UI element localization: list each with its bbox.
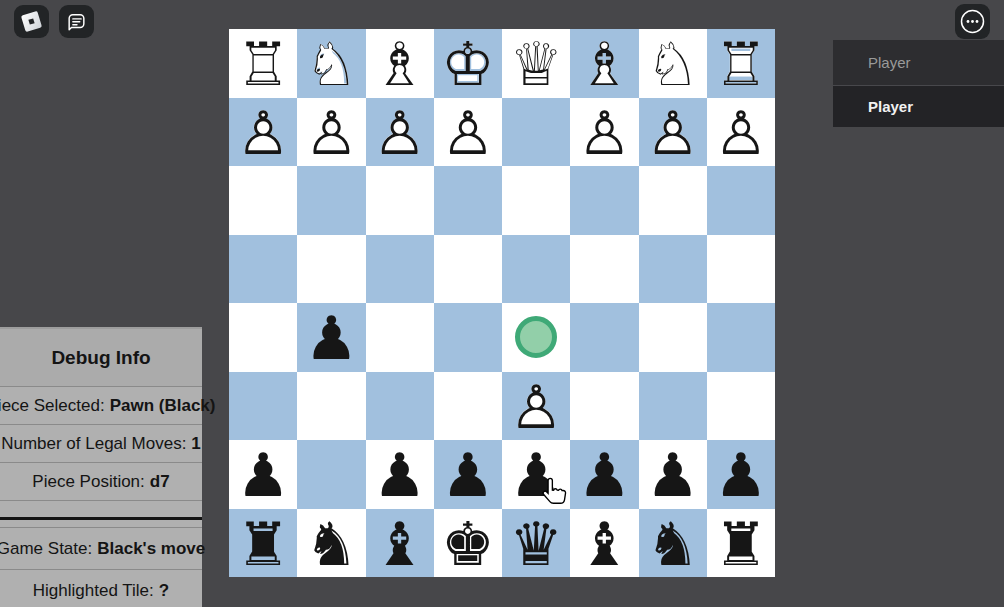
square-r1c1[interactable]: ♜♖ bbox=[229, 29, 297, 98]
debug-label: Piece Selected: bbox=[0, 396, 105, 416]
square-r1c2[interactable]: ♞♘ bbox=[297, 29, 365, 98]
debug-value: Pawn (Black) bbox=[110, 396, 216, 416]
black-pawn-icon: ♟ bbox=[707, 440, 775, 509]
debug-value: ? bbox=[159, 581, 169, 601]
square-r8c1[interactable]: ♜ bbox=[229, 509, 297, 578]
black-knight-icon: ♞ bbox=[639, 509, 707, 578]
white-pawn-icon: ♟♙ bbox=[229, 98, 297, 167]
white-pawn-icon: ♟♙ bbox=[570, 98, 638, 167]
square-r6c8[interactable] bbox=[707, 372, 775, 441]
square-r7c8[interactable]: ♟ bbox=[707, 440, 775, 509]
square-r1c3[interactable]: ♝♗ bbox=[366, 29, 434, 98]
square-r5c3[interactable] bbox=[366, 303, 434, 372]
square-r3c2[interactable] bbox=[297, 166, 365, 235]
square-r3c8[interactable] bbox=[707, 166, 775, 235]
square-r6c5[interactable]: ♟♙ bbox=[502, 372, 570, 441]
square-r5c1[interactable] bbox=[229, 303, 297, 372]
black-pawn-icon: ♟ bbox=[434, 440, 502, 509]
debug-info-panel: Debug Info Piece Selected:Pawn (Black)Nu… bbox=[0, 327, 202, 607]
square-r8c6[interactable]: ♝ bbox=[570, 509, 638, 578]
debug-label: Highlighted Tile: bbox=[33, 581, 154, 601]
black-pawn-icon: ♟ bbox=[229, 440, 297, 509]
square-r2c3[interactable]: ♟♙ bbox=[366, 98, 434, 167]
square-r2c6[interactable]: ♟♙ bbox=[570, 98, 638, 167]
square-r6c6[interactable] bbox=[570, 372, 638, 441]
debug-panel-title: Debug Info bbox=[0, 329, 202, 386]
square-r5c8[interactable] bbox=[707, 303, 775, 372]
black-king-icon: ♚ bbox=[434, 509, 502, 578]
white-pawn-icon: ♟♙ bbox=[502, 372, 570, 441]
square-r1c4[interactable]: ♚♔ bbox=[434, 29, 502, 98]
square-r3c5[interactable] bbox=[502, 166, 570, 235]
white-pawn-icon: ♟♙ bbox=[707, 98, 775, 167]
square-r1c5[interactable]: ♛♕ bbox=[502, 29, 570, 98]
square-r8c7[interactable]: ♞ bbox=[639, 509, 707, 578]
debug-row: Piece Position:d7 bbox=[0, 463, 202, 500]
square-r8c3[interactable]: ♝ bbox=[366, 509, 434, 578]
square-r6c3[interactable] bbox=[366, 372, 434, 441]
white-rook-icon: ♜♖ bbox=[707, 29, 775, 98]
square-r4c6[interactable] bbox=[570, 235, 638, 304]
white-pawn-icon: ♟♙ bbox=[297, 98, 365, 167]
square-r7c6[interactable]: ♟ bbox=[570, 440, 638, 509]
square-r4c3[interactable] bbox=[366, 235, 434, 304]
black-rook-icon: ♜ bbox=[707, 509, 775, 578]
debug-value: d7 bbox=[150, 472, 170, 492]
square-r8c4[interactable]: ♚ bbox=[434, 509, 502, 578]
square-r7c1[interactable]: ♟ bbox=[229, 440, 297, 509]
white-bishop-icon: ♝♗ bbox=[570, 29, 638, 98]
black-pawn-icon: ♟ bbox=[366, 440, 434, 509]
white-king-icon: ♚♔ bbox=[434, 29, 502, 98]
square-r7c7[interactable]: ♟ bbox=[639, 440, 707, 509]
roblox-menu-button[interactable] bbox=[14, 5, 49, 38]
square-r4c8[interactable] bbox=[707, 235, 775, 304]
chat-button[interactable] bbox=[59, 5, 94, 38]
square-r8c5[interactable]: ♛ bbox=[502, 509, 570, 578]
square-r6c4[interactable] bbox=[434, 372, 502, 441]
square-r1c8[interactable]: ♜♖ bbox=[707, 29, 775, 98]
ellipsis-icon bbox=[959, 8, 986, 35]
black-knight-icon: ♞ bbox=[297, 509, 365, 578]
square-r4c7[interactable] bbox=[639, 235, 707, 304]
square-r4c4[interactable] bbox=[434, 235, 502, 304]
square-r5c6[interactable] bbox=[570, 303, 638, 372]
square-r6c2[interactable] bbox=[297, 372, 365, 441]
square-r2c5[interactable] bbox=[502, 98, 570, 167]
square-r7c5[interactable]: ♟ bbox=[502, 440, 570, 509]
white-bishop-icon: ♝♗ bbox=[366, 29, 434, 98]
player-list-header: Player bbox=[833, 40, 1004, 85]
player-list: Player Player bbox=[833, 40, 1004, 127]
black-pawn-icon: ♟ bbox=[570, 440, 638, 509]
square-r5c2[interactable]: ♟ bbox=[297, 303, 365, 372]
square-r3c4[interactable] bbox=[434, 166, 502, 235]
debug-value: Black's move bbox=[97, 539, 205, 559]
debug-label: Number of Legal Moves: bbox=[1, 434, 186, 454]
debug-row: Game State:Black's move bbox=[0, 528, 202, 569]
square-r4c2[interactable] bbox=[297, 235, 365, 304]
chess-board: ♜♖♞♘♝♗♚♔♛♕♝♗♞♘♜♖♟♙♟♙♟♙♟♙♟♙♟♙♟♙♟♟♙♟♟♟♟♟♟♟… bbox=[229, 29, 775, 577]
square-r3c3[interactable] bbox=[366, 166, 434, 235]
debug-empty-row bbox=[0, 501, 202, 517]
square-r3c6[interactable] bbox=[570, 166, 638, 235]
square-r6c1[interactable] bbox=[229, 372, 297, 441]
player-row[interactable]: Player bbox=[833, 86, 1004, 127]
square-r2c8[interactable]: ♟♙ bbox=[707, 98, 775, 167]
debug-row: Highlighted Tile:? bbox=[0, 570, 202, 607]
square-r2c1[interactable]: ♟♙ bbox=[229, 98, 297, 167]
square-r6c7[interactable] bbox=[639, 372, 707, 441]
debug-row: Number of Legal Moves:1 bbox=[0, 425, 202, 462]
square-r2c2[interactable]: ♟♙ bbox=[297, 98, 365, 167]
square-r2c4[interactable]: ♟♙ bbox=[434, 98, 502, 167]
black-rook-icon: ♜ bbox=[229, 509, 297, 578]
black-pawn-icon: ♟ bbox=[502, 440, 570, 509]
square-r4c5[interactable] bbox=[502, 235, 570, 304]
square-r5c4[interactable] bbox=[434, 303, 502, 372]
square-r4c1[interactable] bbox=[229, 235, 297, 304]
chat-transcript-icon bbox=[65, 11, 88, 33]
white-queen-icon: ♛♕ bbox=[502, 29, 570, 98]
square-r8c2[interactable]: ♞ bbox=[297, 509, 365, 578]
black-bishop-icon: ♝ bbox=[570, 509, 638, 578]
square-r8c8[interactable]: ♜ bbox=[707, 509, 775, 578]
square-r5c7[interactable] bbox=[639, 303, 707, 372]
square-r2c7[interactable]: ♟♙ bbox=[639, 98, 707, 167]
black-bishop-icon: ♝ bbox=[366, 509, 434, 578]
white-knight-icon: ♞♘ bbox=[639, 29, 707, 98]
square-r7c3[interactable]: ♟ bbox=[366, 440, 434, 509]
more-menu-button[interactable] bbox=[955, 4, 990, 39]
white-pawn-icon: ♟♙ bbox=[639, 98, 707, 167]
square-r3c1[interactable] bbox=[229, 166, 297, 235]
legal-move-marker[interactable] bbox=[515, 316, 557, 358]
white-rook-icon: ♜♖ bbox=[229, 29, 297, 98]
square-r7c4[interactable]: ♟ bbox=[434, 440, 502, 509]
white-knight-icon: ♞♘ bbox=[297, 29, 365, 98]
square-r3c7[interactable] bbox=[639, 166, 707, 235]
debug-label: Piece Position: bbox=[32, 472, 144, 492]
square-r1c7[interactable]: ♞♘ bbox=[639, 29, 707, 98]
debug-row: Piece Selected:Pawn (Black) bbox=[0, 387, 202, 424]
white-pawn-icon: ♟♙ bbox=[434, 98, 502, 167]
square-r1c6[interactable]: ♝♗ bbox=[570, 29, 638, 98]
square-r7c2[interactable] bbox=[297, 440, 365, 509]
roblox-logo-icon bbox=[21, 11, 42, 32]
debug-label: Game State: bbox=[0, 539, 92, 559]
white-pawn-icon: ♟♙ bbox=[366, 98, 434, 167]
debug-value: 1 bbox=[191, 434, 200, 454]
black-queen-icon: ♛ bbox=[502, 509, 570, 578]
square-r5c5[interactable] bbox=[502, 303, 570, 372]
black-pawn-icon: ♟ bbox=[297, 303, 365, 372]
black-pawn-icon: ♟ bbox=[639, 440, 707, 509]
